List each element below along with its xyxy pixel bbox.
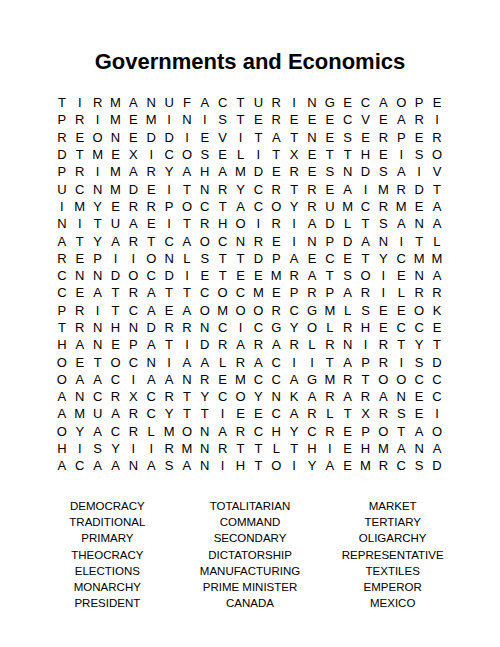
grid-cell: L [321, 319, 339, 336]
grid-cell: Y [107, 440, 125, 457]
grid-cell: N [53, 215, 71, 232]
grid-cell: T [428, 336, 446, 353]
grid-cell: M [321, 371, 339, 388]
grid-cell: A [71, 336, 89, 353]
grid-cell: T [321, 146, 339, 163]
grid-cell: T [339, 405, 357, 422]
grid-cell: I [53, 198, 71, 215]
grid-cell: I [249, 146, 267, 163]
grid-cell: E [107, 336, 125, 353]
grid-cell: A [53, 405, 71, 422]
grid-cell: O [428, 423, 446, 440]
grid-cell: L [321, 405, 339, 422]
word-column: DEMOCRACYTRADITIONALPRIMARYTHEOCRACYELEC… [36, 498, 179, 611]
grid-cell: I [142, 146, 160, 163]
grid-cell: T [392, 423, 410, 440]
grid-cell: A [178, 163, 196, 180]
grid-cell: S [410, 353, 428, 370]
grid-cell: T [178, 215, 196, 232]
grid-cell: I [428, 405, 446, 422]
grid-cell: R [374, 129, 392, 146]
grid-cell: A [178, 302, 196, 319]
grid-cell: P [267, 250, 285, 267]
grid-cell: O [392, 94, 410, 111]
word-column: TOTALITARIANCOMMANDSECONDARYDICTATORSHIP… [179, 498, 322, 611]
grid-cell: C [214, 94, 232, 111]
grid-cell: E [374, 111, 392, 128]
grid-cell: Y [285, 319, 303, 336]
grid-cell: E [142, 215, 160, 232]
grid-cell: E [357, 129, 375, 146]
grid-cell: I [178, 129, 196, 146]
grid-cell: E [142, 180, 160, 197]
grid-cell: T [71, 232, 89, 249]
grid-cell: R [124, 405, 142, 422]
grid-cell: C [53, 284, 71, 301]
grid-cell: L [232, 146, 250, 163]
grid-cell: C [267, 405, 285, 422]
grid-cell: C [392, 250, 410, 267]
grid-cell: C [249, 371, 267, 388]
grid-cell: R [285, 163, 303, 180]
grid-cell: O [374, 423, 392, 440]
grid-cell: N [303, 129, 321, 146]
grid-cell: C [124, 302, 142, 319]
grid-cell: A [71, 371, 89, 388]
grid-cell: H [53, 440, 71, 457]
grid-cell: P [160, 198, 178, 215]
grid-cell: N [196, 440, 214, 457]
grid-cell: I [374, 284, 392, 301]
grid-cell: N [178, 111, 196, 128]
grid-cell: I [107, 250, 125, 267]
grid-cell: A [214, 423, 232, 440]
grid-cell: D [357, 163, 375, 180]
grid-cell: T [232, 94, 250, 111]
grid-cell: H [303, 440, 321, 457]
grid-cell: X [124, 388, 142, 405]
grid-cell: E [321, 129, 339, 146]
grid-cell: E [303, 250, 321, 267]
grid-cell: R [142, 163, 160, 180]
grid-cell: T [285, 180, 303, 197]
grid-cell: R [303, 198, 321, 215]
grid-cell: E [249, 267, 267, 284]
grid-cell: X [124, 146, 142, 163]
grid-cell: E [410, 388, 428, 405]
grid-cell: R [53, 129, 71, 146]
grid-cell: O [428, 146, 446, 163]
grid-cell: O [357, 267, 375, 284]
grid-cell: E [339, 457, 357, 474]
grid-cell: A [392, 111, 410, 128]
grid-cell: M [71, 198, 89, 215]
grid-cell: C [428, 371, 446, 388]
grid-cell: A [196, 94, 214, 111]
grid-cell: E [374, 302, 392, 319]
grid-cell: A [232, 198, 250, 215]
grid-cell: C [392, 319, 410, 336]
grid-cell: Y [160, 405, 178, 422]
grid-cell: G [267, 319, 285, 336]
grid-cell: T [321, 353, 339, 370]
grid-cell: E [196, 267, 214, 284]
grid-cell: S [89, 440, 107, 457]
grid-cell: M [392, 198, 410, 215]
grid-cell: U [89, 405, 107, 422]
grid-cell: L [142, 423, 160, 440]
grid-cell: R [71, 111, 89, 128]
grid-cell: A [428, 215, 446, 232]
grid-cell: P [410, 94, 428, 111]
grid-cell: R [285, 267, 303, 284]
grid-cell: M [410, 250, 428, 267]
grid-cell: C [428, 388, 446, 405]
grid-cell: O [232, 302, 250, 319]
grid-cell: R [267, 215, 285, 232]
grid-cell: C [53, 267, 71, 284]
grid-cell: M [107, 111, 125, 128]
grid-cell: N [303, 94, 321, 111]
grid-cell: D [160, 267, 178, 284]
grid-cell: R [196, 215, 214, 232]
grid-cell: A [160, 371, 178, 388]
grid-cell: A [392, 440, 410, 457]
grid-cell: H [357, 440, 375, 457]
grid-cell: R [392, 180, 410, 197]
grid-cell: O [267, 457, 285, 474]
grid-cell: A [214, 163, 232, 180]
grid-cell: R [321, 336, 339, 353]
grid-cell: R [357, 388, 375, 405]
grid-cell: N [196, 319, 214, 336]
word-item: REPRESENTATIVE [321, 547, 464, 563]
grid-cell: I [196, 111, 214, 128]
grid-cell: T [232, 250, 250, 267]
grid-cell: A [339, 284, 357, 301]
grid-cell: D [410, 180, 428, 197]
grid-cell: R [142, 198, 160, 215]
word-search-grid: TIRMANUFACTURINGECAOPEPRIMEMINISTEREEECV… [53, 94, 446, 475]
grid-cell: N [267, 388, 285, 405]
grid-cell: S [374, 215, 392, 232]
grid-cell: L [267, 440, 285, 457]
grid-cell: I [249, 215, 267, 232]
grid-cell: N [392, 388, 410, 405]
word-item: MANUFACTURING [179, 563, 322, 579]
word-item: DICTATORSHIP [179, 547, 322, 563]
grid-cell: D [196, 336, 214, 353]
grid-cell: A [142, 457, 160, 474]
grid-cell: C [160, 232, 178, 249]
grid-cell: M [374, 440, 392, 457]
grid-cell: R [428, 284, 446, 301]
grid-cell: C [232, 284, 250, 301]
grid-cell: V [357, 111, 375, 128]
grid-cell: O [89, 129, 107, 146]
grid-cell: A [285, 250, 303, 267]
grid-cell: M [160, 423, 178, 440]
grid-cell: C [357, 94, 375, 111]
grid-cell: A [303, 215, 321, 232]
grid-cell: E [339, 440, 357, 457]
grid-cell: A [124, 215, 142, 232]
grid-cell: I [142, 440, 160, 457]
grid-cell: P [53, 111, 71, 128]
grid-cell: E [321, 111, 339, 128]
word-item: MONARCHY [36, 579, 179, 595]
grid-cell: O [53, 423, 71, 440]
grid-cell: R [214, 336, 232, 353]
grid-cell: A [89, 284, 107, 301]
grid-cell: R [249, 232, 267, 249]
grid-cell: H [232, 457, 250, 474]
grid-cell: R [303, 405, 321, 422]
grid-cell: E [124, 111, 142, 128]
grid-cell: A [142, 302, 160, 319]
grid-cell: S [357, 302, 375, 319]
grid-cell: A [107, 405, 125, 422]
grid-cell: R [124, 232, 142, 249]
grid-cell: T [249, 440, 267, 457]
grid-cell: C [410, 371, 428, 388]
grid-cell: M [232, 163, 250, 180]
word-item: COMMAND [179, 514, 322, 530]
grid-cell: E [267, 284, 285, 301]
grid-cell: C [249, 180, 267, 197]
grid-cell: Y [285, 198, 303, 215]
grid-cell: E [232, 405, 250, 422]
grid-cell: R [374, 198, 392, 215]
grid-cell: O [196, 302, 214, 319]
grid-cell: I [160, 180, 178, 197]
grid-cell: A [124, 94, 142, 111]
grid-cell: R [232, 353, 250, 370]
grid-cell: I [71, 215, 89, 232]
grid-cell: C [392, 457, 410, 474]
grid-cell: T [249, 129, 267, 146]
grid-cell: O [410, 302, 428, 319]
grid-cell: T [107, 302, 125, 319]
grid-cell: C [124, 353, 142, 370]
grid-cell: E [71, 284, 89, 301]
grid-cell: R [321, 388, 339, 405]
grid-cell: A [178, 232, 196, 249]
grid-cell: N [107, 129, 125, 146]
grid-cell: N [89, 267, 107, 284]
grid-cell: N [374, 232, 392, 249]
grid-cell: R [303, 284, 321, 301]
grid-cell: S [339, 129, 357, 146]
grid-cell: O [232, 215, 250, 232]
grid-cell: A [142, 284, 160, 301]
grid-cell: D [53, 146, 71, 163]
grid-cell: H [53, 336, 71, 353]
grid-cell: Y [160, 163, 178, 180]
grid-cell: N [71, 267, 89, 284]
grid-cell: R [124, 284, 142, 301]
grid-cell: O [392, 371, 410, 388]
grid-cell: N [89, 319, 107, 336]
grid-cell: I [374, 267, 392, 284]
grid-cell: X [357, 405, 375, 422]
grid-cell: R [53, 250, 71, 267]
grid-cell: D [124, 180, 142, 197]
grid-cell: E [303, 146, 321, 163]
grid-cell: P [285, 284, 303, 301]
grid-cell: D [249, 163, 267, 180]
grid-cell: E [339, 94, 357, 111]
grid-cell: L [178, 250, 196, 267]
grid-cell: I [124, 440, 142, 457]
word-item: PRIME MINISTER [179, 579, 322, 595]
grid-cell: R [339, 371, 357, 388]
grid-cell: R [357, 284, 375, 301]
grid-cell: R [267, 180, 285, 197]
grid-cell: L [392, 284, 410, 301]
grid-cell: K [428, 302, 446, 319]
grid-cell: Y [196, 388, 214, 405]
grid-cell: U [249, 94, 267, 111]
grid-cell: R [267, 111, 285, 128]
grid-cell: R [71, 319, 89, 336]
grid-cell: N [303, 232, 321, 249]
grid-cell: C [357, 198, 375, 215]
grid-cell: I [71, 440, 89, 457]
grid-cell: T [321, 267, 339, 284]
grid-cell: E [410, 405, 428, 422]
grid-cell: M [107, 163, 125, 180]
grid-cell: C [89, 388, 107, 405]
grid-cell: L [339, 302, 357, 319]
word-item: MEXICO [321, 595, 464, 611]
grid-cell: C [71, 180, 89, 197]
grid-cell: I [232, 319, 250, 336]
grid-cell: E [303, 111, 321, 128]
grid-cell: A [178, 353, 196, 370]
grid-cell: T [214, 250, 232, 267]
grid-cell: T [160, 336, 178, 353]
grid-cell: O [267, 198, 285, 215]
grid-cell: R [71, 163, 89, 180]
grid-cell: G [303, 302, 321, 319]
grid-cell: R [339, 319, 357, 336]
grid-cell: M [142, 111, 160, 128]
grid-cell: N [196, 423, 214, 440]
grid-cell: D [107, 267, 125, 284]
grid-cell: S [160, 457, 178, 474]
grid-cell: C [196, 284, 214, 301]
grid-cell: A [374, 388, 392, 405]
grid-cell: O [142, 250, 160, 267]
grid-cell: Y [89, 198, 107, 215]
grid-cell: A [267, 336, 285, 353]
grid-cell: T [89, 353, 107, 370]
grid-cell: A [339, 353, 357, 370]
grid-cell: E [124, 129, 142, 146]
grid-cell: L [339, 215, 357, 232]
grid-cell: I [285, 232, 303, 249]
grid-cell: A [53, 232, 71, 249]
grid-cell: Y [71, 423, 89, 440]
grid-cell: A [410, 423, 428, 440]
grid-cell: M [321, 302, 339, 319]
grid-cell: R [214, 440, 232, 457]
grid-cell: P [321, 284, 339, 301]
grid-cell: M [267, 267, 285, 284]
grid-cell: C [214, 232, 232, 249]
grid-cell: E [267, 163, 285, 180]
grid-cell: S [410, 457, 428, 474]
grid-cell: N [89, 336, 107, 353]
grid-cell: M [374, 180, 392, 197]
grid-cell: A [321, 457, 339, 474]
grid-cell: D [142, 319, 160, 336]
grid-cell: Y [249, 388, 267, 405]
grid-cell: E [71, 353, 89, 370]
grid-cell: N [410, 440, 428, 457]
grid-cell: T [357, 250, 375, 267]
grid-cell: E [428, 94, 446, 111]
grid-cell: T [71, 146, 89, 163]
grid-cell: Y [374, 250, 392, 267]
grid-cell: D [249, 250, 267, 267]
grid-cell: E [303, 163, 321, 180]
grid-cell: R [285, 336, 303, 353]
grid-cell: Y [285, 423, 303, 440]
grid-cell: E [249, 405, 267, 422]
grid-cell: I [285, 94, 303, 111]
grid-cell: V [428, 163, 446, 180]
grid-cell: A [428, 198, 446, 215]
grid-cell: H [196, 163, 214, 180]
puzzle-title: Governments and Economics [0, 49, 500, 75]
grid-cell: H [357, 146, 375, 163]
word-item: TOTALITARIAN [179, 498, 322, 514]
grid-cell: E [160, 302, 178, 319]
grid-cell: O [249, 302, 267, 319]
grid-cell: O [107, 353, 125, 370]
grid-cell: Y [89, 232, 107, 249]
grid-cell: I [285, 353, 303, 370]
grid-cell: N [89, 180, 107, 197]
grid-cell: I [392, 146, 410, 163]
grid-cell: N [232, 232, 250, 249]
grid-cell: C [249, 319, 267, 336]
grid-cell: T [232, 111, 250, 128]
grid-cell: R [249, 336, 267, 353]
grid-cell: E [321, 180, 339, 197]
word-item: EMPEROR [321, 579, 464, 595]
grid-cell: C [214, 388, 232, 405]
grid-cell: P [321, 232, 339, 249]
grid-cell: T [214, 198, 232, 215]
grid-cell: E [196, 129, 214, 146]
grid-cell: C [160, 146, 178, 163]
grid-cell: P [53, 163, 71, 180]
grid-cell: O [53, 371, 71, 388]
grid-cell: A [196, 353, 214, 370]
grid-cell: R [410, 111, 428, 128]
grid-cell: A [339, 388, 357, 405]
grid-cell: I [214, 405, 232, 422]
grid-cell: C [214, 319, 232, 336]
grid-cell: T [232, 440, 250, 457]
grid-cell: N [410, 267, 428, 284]
grid-cell: P [357, 423, 375, 440]
grid-cell: N [124, 457, 142, 474]
grid-cell: A [142, 336, 160, 353]
